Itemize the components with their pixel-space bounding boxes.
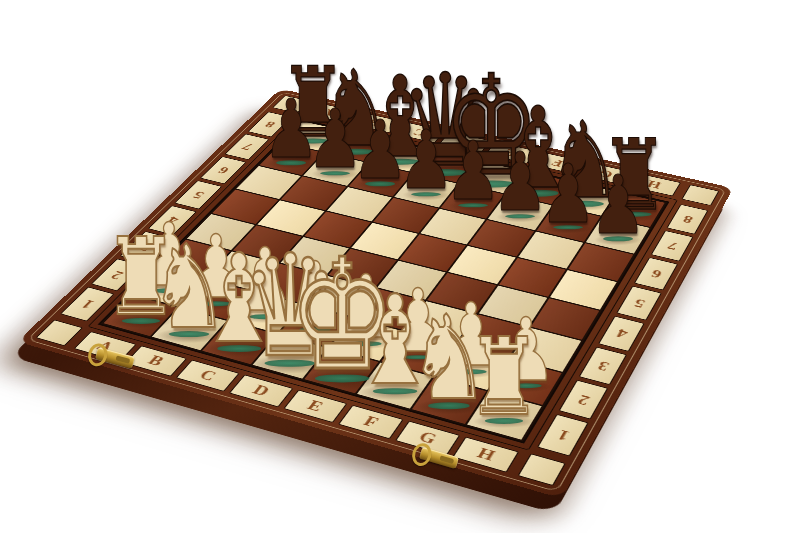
piece-black-pawn[interactable]: ♟ bbox=[589, 166, 646, 247]
piece-white-rook[interactable]: ♜ bbox=[467, 324, 542, 431]
scene: ABCDEFGH ABCDEFGH 87654321 87654321 ♜♞♝♛… bbox=[0, 0, 800, 533]
piece-black-pawn[interactable]: ♟ bbox=[540, 154, 597, 235]
